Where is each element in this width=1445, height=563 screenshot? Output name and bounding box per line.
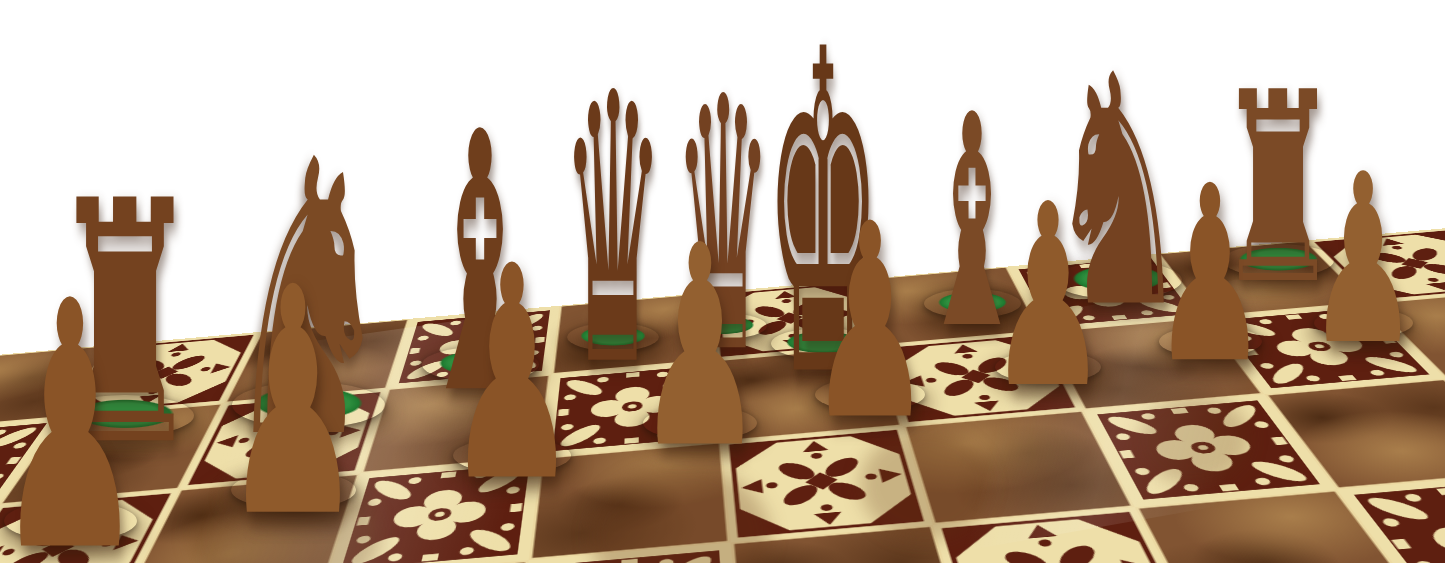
pawn-glyph: ♟ xyxy=(1308,143,1419,377)
pawn-glyph: ♟ xyxy=(446,228,578,523)
pawn-glyph: ♟ xyxy=(808,188,932,456)
pawn-glyph: ♟ xyxy=(223,248,364,562)
pawn-glyph: ♟ xyxy=(1153,154,1268,397)
pawn-glyph: ♟ xyxy=(0,257,145,563)
pawn-glyph: ♟ xyxy=(988,172,1107,424)
pawn-glyph: ♟ xyxy=(636,209,764,487)
chess-set-photo: ♜♞♝♛♛♚♝♞♜♟♟♟♟♟♟♟♟ xyxy=(0,0,1445,563)
